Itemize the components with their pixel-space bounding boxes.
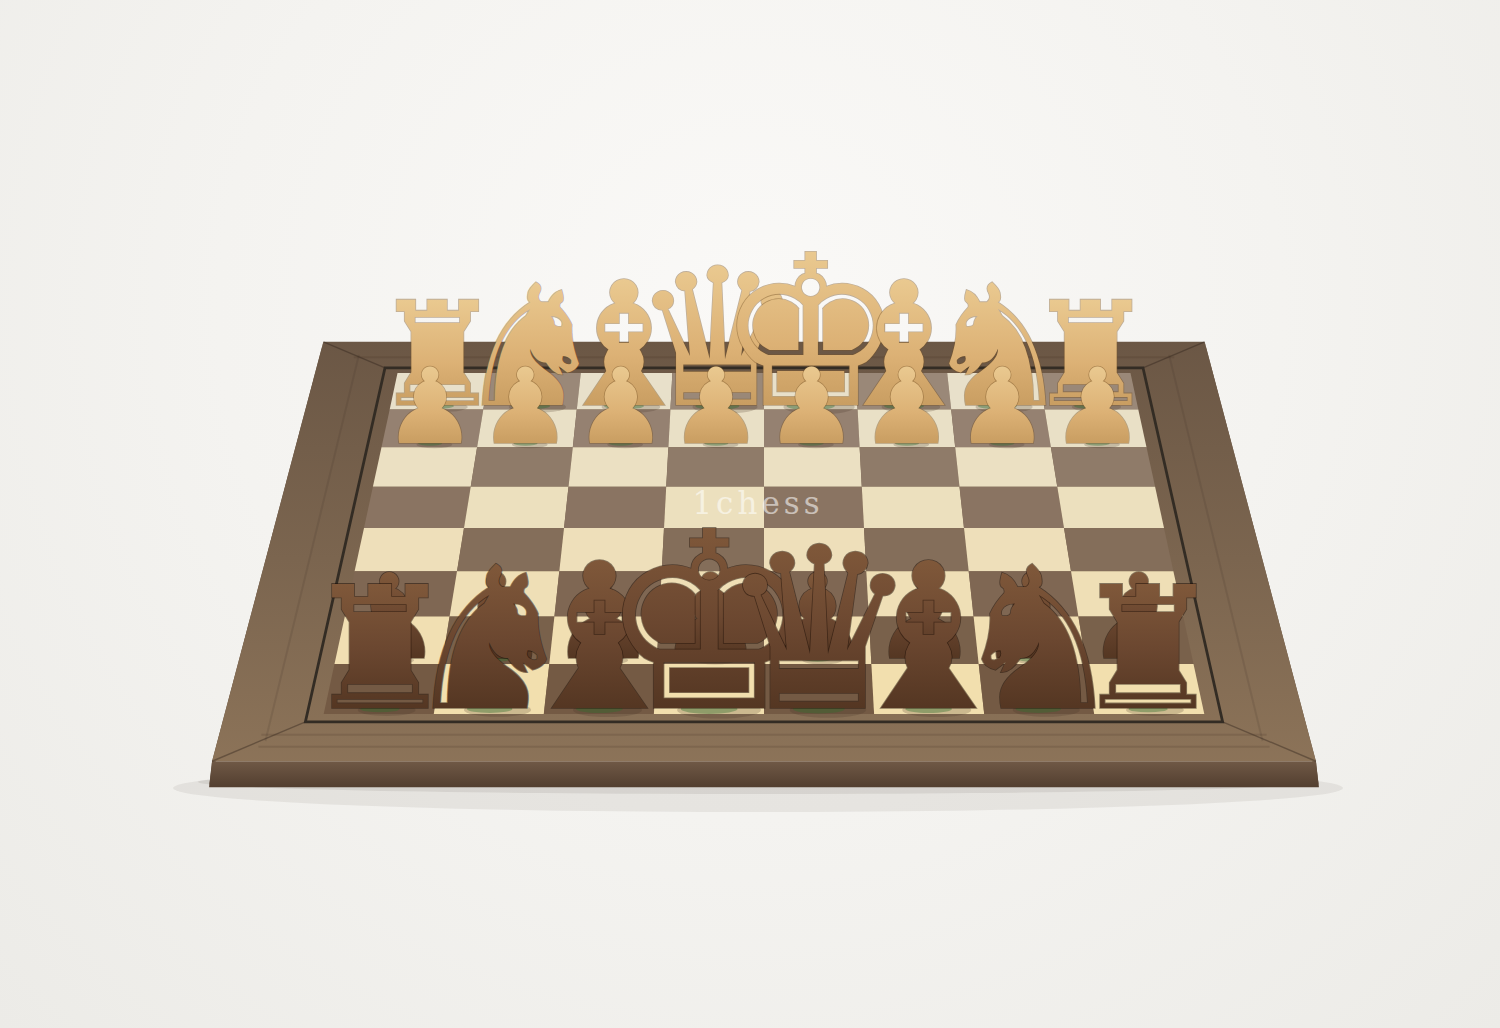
chessboard-photo: 1chess♜♞♝♛♚♝♞♜♟♟♟♟♟♟♟♟♟♟♟♟♟♟♟♟♜♞♝♚♛♝♞♜ (0, 0, 1500, 1028)
piece-white-pawn-b2[interactable]: ♟ (955, 346, 1049, 468)
piece-white-pawn-e2[interactable]: ♟ (669, 346, 763, 468)
piece-white-pawn-g2[interactable]: ♟ (479, 346, 573, 468)
piece-black-rook-a8[interactable]: ♜ (1072, 550, 1225, 748)
studio-backdrop: 1chess♜♞♝♛♚♝♞♜♟♟♟♟♟♟♟♟♟♟♟♟♟♟♟♟♜♞♝♚♛♝♞♜ (0, 0, 1500, 1028)
piece-white-pawn-h2[interactable]: ♟ (383, 346, 477, 468)
piece-white-pawn-f2[interactable]: ♟ (574, 346, 668, 468)
square-a4[interactable] (1057, 487, 1164, 528)
piece-white-pawn-d2[interactable]: ♟ (765, 346, 859, 468)
piece-white-pawn-c2[interactable]: ♟ (860, 346, 954, 468)
square-h4[interactable] (364, 487, 471, 528)
piece-white-pawn-a2[interactable]: ♟ (1051, 346, 1145, 468)
